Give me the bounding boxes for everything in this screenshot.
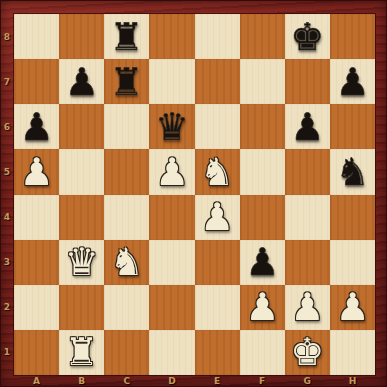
square-a4[interactable] (14, 195, 59, 240)
square-c7[interactable]: ♜ (104, 59, 149, 104)
square-d5[interactable]: ♟ (149, 149, 194, 194)
square-d7[interactable] (149, 59, 194, 104)
square-a8[interactable] (14, 14, 59, 59)
square-e2[interactable] (195, 285, 240, 330)
square-d1[interactable] (149, 330, 194, 375)
square-e7[interactable] (195, 59, 240, 104)
piece-white-pawn-a5[interactable]: ♟ (20, 153, 54, 191)
file-label-a: A (14, 374, 59, 387)
rank-label-8: 8 (0, 14, 14, 59)
piece-black-pawn-a6[interactable]: ♟ (20, 108, 54, 146)
square-b6[interactable] (59, 104, 104, 149)
square-d3[interactable] (149, 240, 194, 285)
piece-black-pawn-h7[interactable]: ♟ (335, 63, 369, 101)
piece-white-knight-e5[interactable]: ♞ (200, 153, 234, 191)
square-e8[interactable] (195, 14, 240, 59)
square-a2[interactable] (14, 285, 59, 330)
rank-label-7: 7 (0, 59, 14, 104)
square-g5[interactable] (285, 149, 330, 194)
square-f6[interactable] (240, 104, 285, 149)
piece-white-pawn-f2[interactable]: ♟ (245, 288, 279, 326)
square-e6[interactable] (195, 104, 240, 149)
square-c3[interactable]: ♞ (104, 240, 149, 285)
square-f5[interactable] (240, 149, 285, 194)
square-d8[interactable] (149, 14, 194, 59)
square-e5[interactable]: ♞ (195, 149, 240, 194)
piece-white-king-g1[interactable]: ♚ (290, 333, 324, 371)
rank-label-2: 2 (0, 285, 14, 330)
rank-label-1: 1 (0, 330, 14, 375)
square-c2[interactable] (104, 285, 149, 330)
rank-label-6: 6 (0, 104, 14, 149)
square-d4[interactable] (149, 195, 194, 240)
square-h6[interactable] (330, 104, 375, 149)
square-f7[interactable] (240, 59, 285, 104)
piece-black-pawn-g6[interactable]: ♟ (290, 108, 324, 146)
piece-white-pawn-h2[interactable]: ♟ (335, 288, 369, 326)
piece-white-pawn-g2[interactable]: ♟ (290, 288, 324, 326)
square-b4[interactable] (59, 195, 104, 240)
square-b5[interactable] (59, 149, 104, 194)
square-b1[interactable]: ♜ (59, 330, 104, 375)
piece-black-pawn-b7[interactable]: ♟ (65, 63, 99, 101)
square-e1[interactable] (195, 330, 240, 375)
square-g4[interactable] (285, 195, 330, 240)
rank-label-4: 4 (0, 195, 14, 240)
square-a5[interactable]: ♟ (14, 149, 59, 194)
square-f1[interactable] (240, 330, 285, 375)
piece-black-king-g8[interactable]: ♚ (290, 18, 324, 56)
square-b7[interactable]: ♟ (59, 59, 104, 104)
piece-white-knight-c3[interactable]: ♞ (110, 243, 144, 281)
file-label-d: D (149, 374, 194, 387)
piece-white-rook-b1[interactable]: ♜ (65, 333, 99, 371)
square-d2[interactable] (149, 285, 194, 330)
piece-black-rook-c7[interactable]: ♜ (110, 63, 144, 101)
square-h4[interactable] (330, 195, 375, 240)
square-c8[interactable]: ♜ (104, 14, 149, 59)
rank-label-3: 3 (0, 240, 14, 285)
square-c5[interactable] (104, 149, 149, 194)
piece-black-queen-d6[interactable]: ♛ (155, 108, 189, 146)
square-f2[interactable]: ♟ (240, 285, 285, 330)
file-label-e: E (195, 374, 240, 387)
square-f3[interactable]: ♟ (240, 240, 285, 285)
square-h8[interactable] (330, 14, 375, 59)
square-g2[interactable]: ♟ (285, 285, 330, 330)
square-f8[interactable] (240, 14, 285, 59)
chess-board-frame: 87654321 ♜♚♟♜♟♟♛♟♟♟♞♞♟♛♞♟♟♟♟♜♚ ABCDEFGH (0, 0, 387, 387)
square-h1[interactable] (330, 330, 375, 375)
square-e3[interactable] (195, 240, 240, 285)
square-g7[interactable] (285, 59, 330, 104)
square-a6[interactable]: ♟ (14, 104, 59, 149)
square-b3[interactable]: ♛ (59, 240, 104, 285)
file-label-g: G (285, 374, 330, 387)
square-h2[interactable]: ♟ (330, 285, 375, 330)
square-b8[interactable] (59, 14, 104, 59)
square-d6[interactable]: ♛ (149, 104, 194, 149)
piece-black-knight-h5[interactable]: ♞ (335, 153, 369, 191)
square-c4[interactable] (104, 195, 149, 240)
chess-board: ♜♚♟♜♟♟♛♟♟♟♞♞♟♛♞♟♟♟♟♜♚ (14, 14, 375, 375)
square-g3[interactable] (285, 240, 330, 285)
file-label-h: H (330, 374, 375, 387)
square-f4[interactable] (240, 195, 285, 240)
square-g8[interactable]: ♚ (285, 14, 330, 59)
square-g6[interactable]: ♟ (285, 104, 330, 149)
square-h3[interactable] (330, 240, 375, 285)
piece-white-queen-b3[interactable]: ♛ (65, 243, 99, 281)
square-b2[interactable] (59, 285, 104, 330)
square-a1[interactable] (14, 330, 59, 375)
piece-white-pawn-d5[interactable]: ♟ (155, 153, 189, 191)
square-a7[interactable] (14, 59, 59, 104)
rank-labels: 87654321 (0, 14, 14, 375)
file-label-c: C (104, 374, 149, 387)
file-label-b: B (59, 374, 104, 387)
square-h5[interactable]: ♞ (330, 149, 375, 194)
piece-black-rook-c8[interactable]: ♜ (110, 18, 144, 56)
square-a3[interactable] (14, 240, 59, 285)
file-labels: ABCDEFGH (14, 374, 375, 387)
square-g1[interactable]: ♚ (285, 330, 330, 375)
square-c1[interactable] (104, 330, 149, 375)
piece-black-pawn-f3[interactable]: ♟ (245, 243, 279, 281)
piece-white-pawn-e4[interactable]: ♟ (200, 198, 234, 236)
rank-label-5: 5 (0, 149, 14, 194)
file-label-f: F (240, 374, 285, 387)
square-h7[interactable]: ♟ (330, 59, 375, 104)
square-e4[interactable]: ♟ (195, 195, 240, 240)
square-c6[interactable] (104, 104, 149, 149)
